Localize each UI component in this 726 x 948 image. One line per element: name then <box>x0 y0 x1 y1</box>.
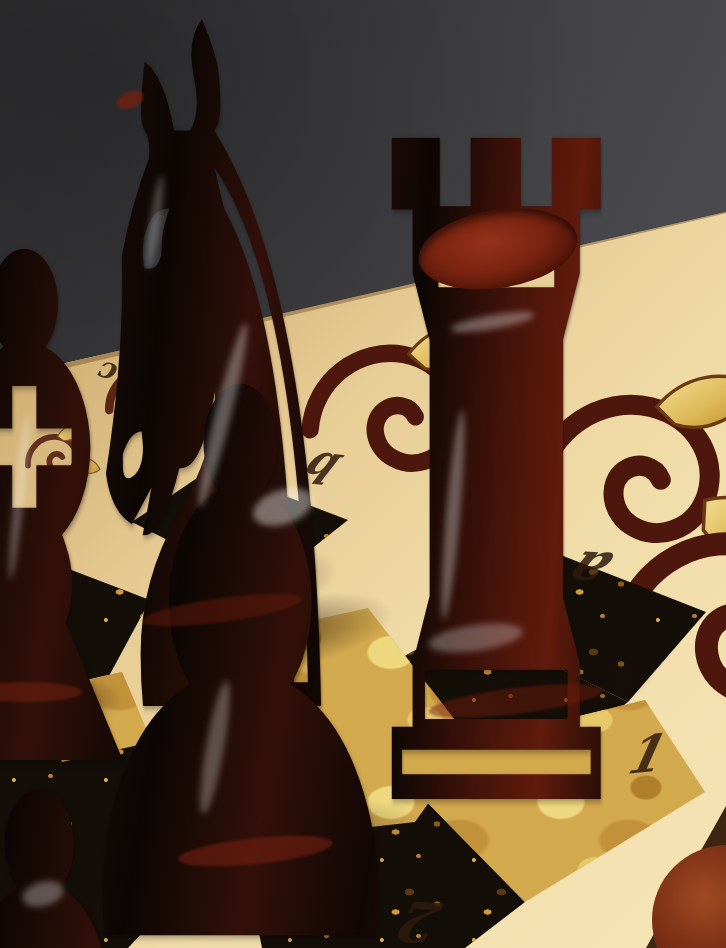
piece-pawn-partial-corner[interactable]: ♟ <box>0 708 234 948</box>
photo-canvas: c b a 1 2 ♝ ♞ ♜ ♟ ♟ <box>0 0 726 948</box>
corner-rosette <box>652 845 726 948</box>
